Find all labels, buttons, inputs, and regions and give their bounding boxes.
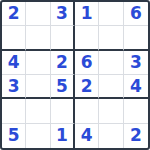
cell-r4c4[interactable]: 2	[75, 75, 99, 99]
cell-r1c6[interactable]: 6	[124, 2, 148, 26]
cell-r3c5[interactable]	[99, 51, 123, 75]
cell-r6c4[interactable]: 4	[75, 124, 99, 148]
cell-r1c3[interactable]: 3	[51, 2, 75, 26]
cell-r4c5[interactable]	[99, 75, 123, 99]
cell-r4c3[interactable]: 5	[51, 75, 75, 99]
cell-r3c2[interactable]	[26, 51, 50, 75]
cell-r4c6[interactable]: 4	[124, 75, 148, 99]
cell-r3c1[interactable]: 4	[2, 51, 26, 75]
cell-r2c3[interactable]	[51, 26, 75, 50]
cell-r1c1[interactable]: 2	[2, 2, 26, 26]
cell-r1c2[interactable]	[26, 2, 50, 26]
cell-r2c2[interactable]	[26, 26, 50, 50]
cell-r6c1[interactable]: 5	[2, 124, 26, 148]
cell-r4c1[interactable]: 3	[2, 75, 26, 99]
cell-r5c5[interactable]	[99, 99, 123, 123]
cell-r5c3[interactable]	[51, 99, 75, 123]
cell-r1c4[interactable]: 1	[75, 2, 99, 26]
cell-r5c6[interactable]	[124, 99, 148, 123]
cell-r5c2[interactable]	[26, 99, 50, 123]
cell-r2c6[interactable]	[124, 26, 148, 50]
cell-r6c3[interactable]: 1	[51, 124, 75, 148]
cell-r6c5[interactable]	[99, 124, 123, 148]
cell-r6c2[interactable]	[26, 124, 50, 148]
cell-r6c6[interactable]: 2	[124, 124, 148, 148]
cell-r3c3[interactable]: 2	[51, 51, 75, 75]
cell-r2c1[interactable]	[2, 26, 26, 50]
cell-r3c6[interactable]: 3	[124, 51, 148, 75]
cell-r5c1[interactable]	[2, 99, 26, 123]
cell-r2c5[interactable]	[99, 26, 123, 50]
cell-r2c4[interactable]	[75, 26, 99, 50]
cell-r1c5[interactable]	[99, 2, 123, 26]
cell-r5c4[interactable]	[75, 99, 99, 123]
sudoku-board: 2316426335245142	[0, 0, 150, 150]
cell-r4c2[interactable]	[26, 75, 50, 99]
cell-r3c4[interactable]: 6	[75, 51, 99, 75]
